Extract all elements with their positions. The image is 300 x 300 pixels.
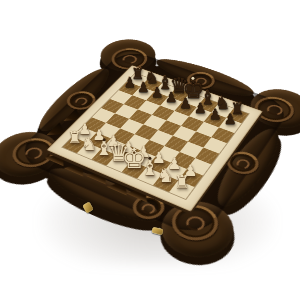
photo-of-chess-set: ♜♞♟♝♟♛♟♚♟♝♟♞♟♜♟♟♟♟♜♟♞♟♝♟♛♟♚♟♝♟♞♜ [0,0,300,300]
